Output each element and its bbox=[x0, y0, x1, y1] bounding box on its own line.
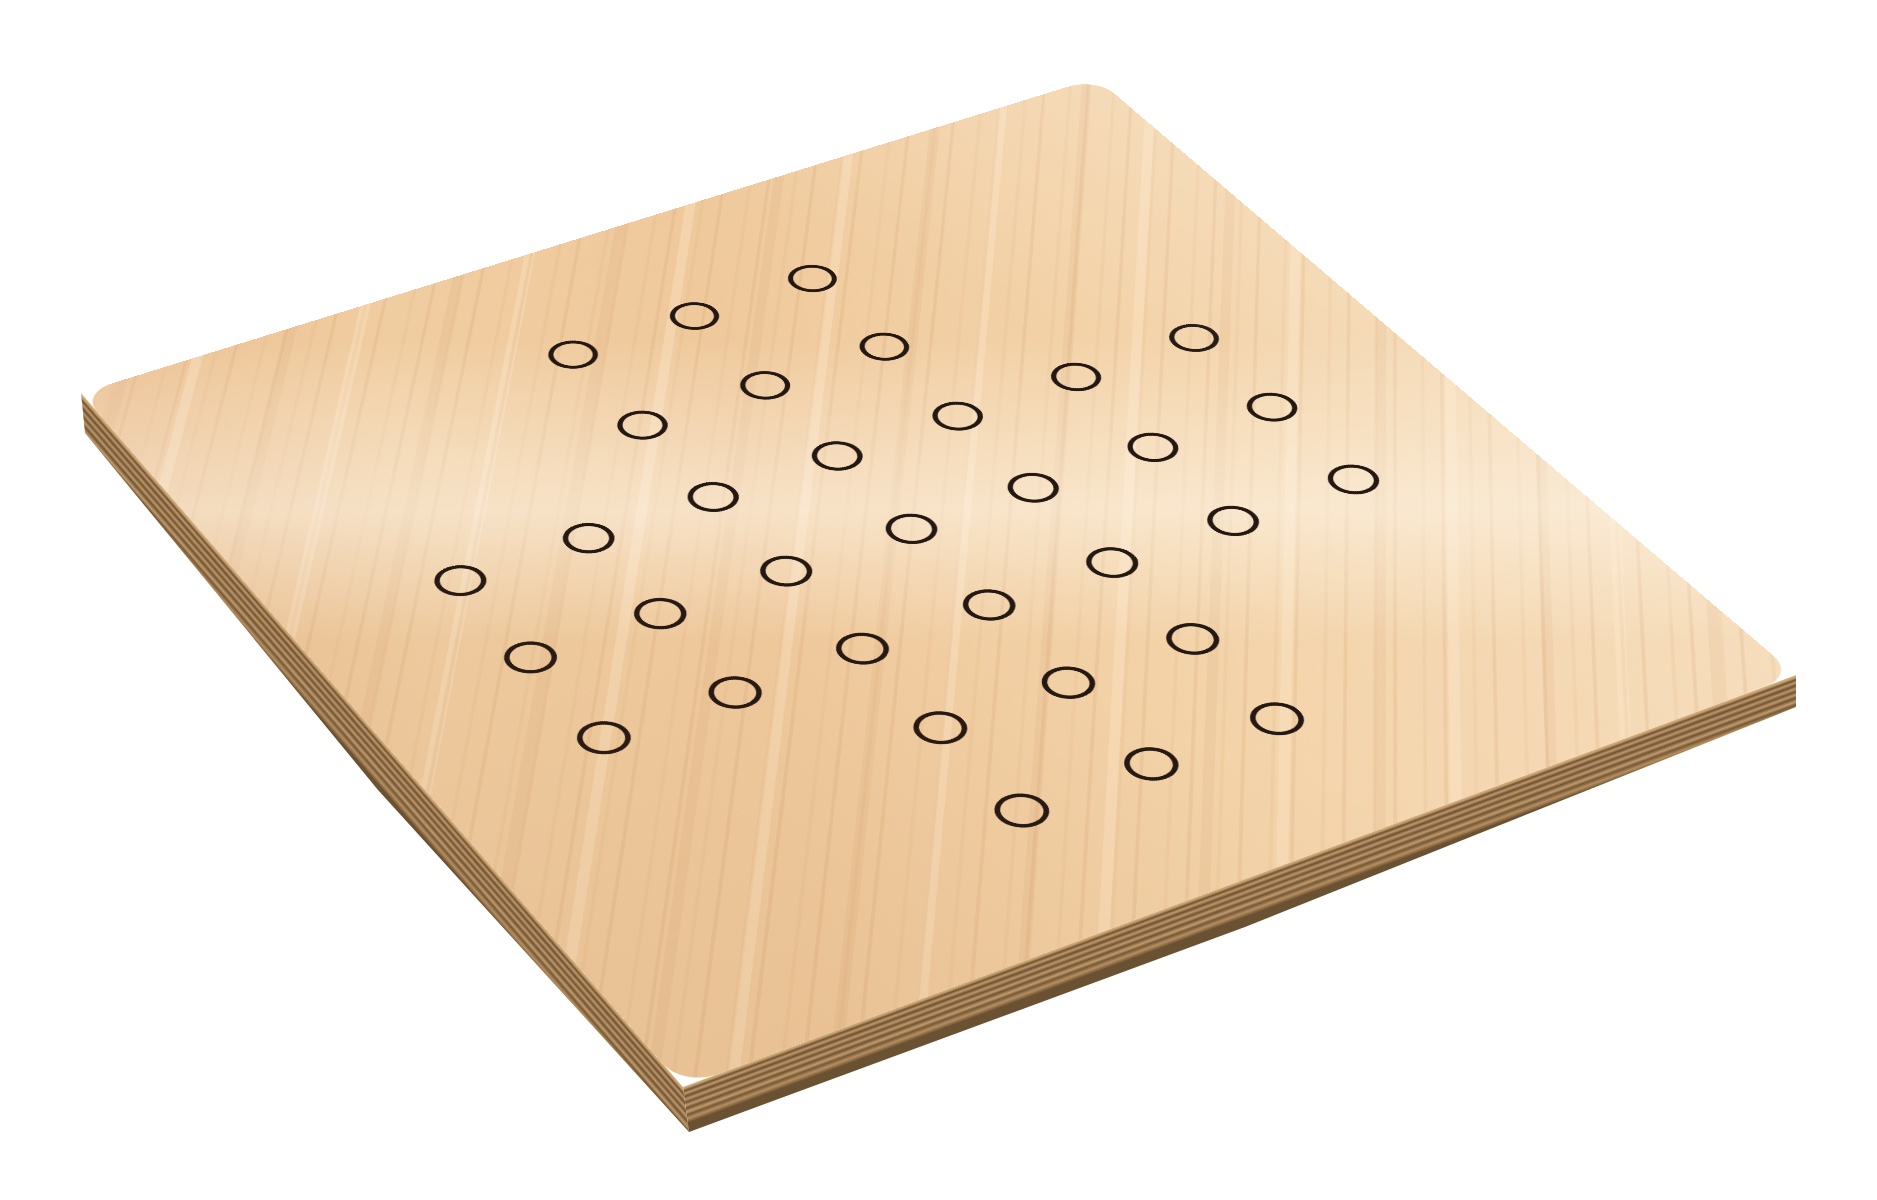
hole-ring bbox=[1113, 741, 1188, 787]
hole-ring bbox=[540, 336, 607, 374]
hole-ring bbox=[1031, 661, 1105, 705]
hole-ring bbox=[698, 671, 771, 715]
hole-ring bbox=[1317, 459, 1388, 500]
hole-ring bbox=[426, 560, 496, 602]
hole-ring bbox=[1159, 319, 1228, 357]
hole-ring bbox=[923, 397, 992, 436]
hole-ring bbox=[678, 477, 748, 518]
hole-ring bbox=[660, 298, 727, 336]
hole-ring bbox=[984, 787, 1060, 833]
hole-ring bbox=[1042, 358, 1111, 397]
hole-ring bbox=[1198, 500, 1270, 541]
hole-ring bbox=[624, 593, 696, 636]
hole-ring bbox=[553, 518, 623, 559]
hole-ring bbox=[568, 715, 641, 760]
hole-ring bbox=[998, 468, 1069, 509]
hole-ring bbox=[876, 509, 947, 550]
hole-ring bbox=[850, 327, 918, 365]
hole-ring bbox=[495, 636, 567, 680]
hole-ring bbox=[904, 706, 978, 751]
hole-ring bbox=[1237, 388, 1307, 427]
hole-ring bbox=[608, 405, 677, 445]
hole-ring bbox=[826, 627, 899, 670]
product-photo-stage bbox=[0, 0, 1877, 1200]
hole-ring bbox=[1076, 542, 1148, 584]
hole-ring bbox=[1119, 428, 1189, 468]
hole-ring bbox=[751, 551, 822, 593]
hole-ring bbox=[952, 584, 1024, 627]
hole-ring bbox=[730, 366, 798, 405]
hole-ring bbox=[1156, 618, 1229, 661]
hole-ring bbox=[779, 260, 846, 297]
hole-ring bbox=[1239, 696, 1314, 741]
hole-ring bbox=[802, 436, 872, 476]
